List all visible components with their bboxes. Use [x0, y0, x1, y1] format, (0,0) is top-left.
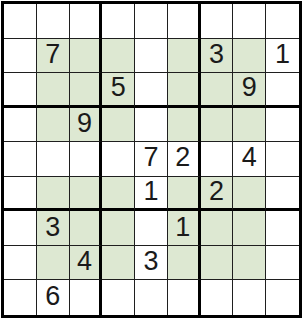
- cell-r9c3[interactable]: [70, 280, 103, 315]
- cell-r8c5[interactable]: 3: [135, 246, 168, 281]
- cell-r7c1[interactable]: [4, 211, 37, 246]
- cell-r8c8[interactable]: [233, 246, 266, 281]
- cell-r9c9[interactable]: [266, 280, 299, 315]
- cell-r1c2[interactable]: [37, 4, 70, 39]
- given-digit: 9: [77, 110, 92, 137]
- cell-r1c1[interactable]: [4, 4, 37, 39]
- cell-r6c9[interactable]: [266, 177, 299, 212]
- cell-r5c7[interactable]: [201, 142, 234, 177]
- given-digit: 4: [77, 248, 92, 275]
- cell-r8c6[interactable]: [168, 246, 201, 281]
- cell-r7c2[interactable]: 3: [37, 211, 70, 246]
- given-digit: 6: [45, 283, 60, 310]
- cell-r1c9[interactable]: [266, 4, 299, 39]
- given-digit: 9: [242, 74, 257, 101]
- cell-r1c5[interactable]: [135, 4, 168, 39]
- cell-r9c8[interactable]: [233, 280, 266, 315]
- cell-r8c9[interactable]: [266, 246, 299, 281]
- given-digit: 3: [209, 41, 224, 68]
- cell-r8c1[interactable]: [4, 246, 37, 281]
- cell-r9c5[interactable]: [135, 280, 168, 315]
- cell-r2c3[interactable]: [70, 39, 103, 74]
- cell-r4c3[interactable]: 9: [70, 108, 103, 143]
- cell-r5c8[interactable]: 4: [233, 142, 266, 177]
- cell-r3c3[interactable]: [70, 73, 103, 108]
- cell-r6c7[interactable]: 2: [201, 177, 234, 212]
- cell-r3c5[interactable]: [135, 73, 168, 108]
- cell-r6c5[interactable]: 1: [135, 177, 168, 212]
- cell-r2c1[interactable]: [4, 39, 37, 74]
- cell-r1c4[interactable]: [102, 4, 135, 39]
- cell-r2c5[interactable]: [135, 39, 168, 74]
- cell-r5c5[interactable]: 7: [135, 142, 168, 177]
- cell-r7c5[interactable]: [135, 211, 168, 246]
- cell-r6c2[interactable]: [37, 177, 70, 212]
- given-digit: 2: [175, 144, 190, 171]
- cell-r8c4[interactable]: [102, 246, 135, 281]
- cell-r3c6[interactable]: [168, 73, 201, 108]
- cell-r3c4[interactable]: 5: [102, 73, 135, 108]
- cell-r9c7[interactable]: [201, 280, 234, 315]
- given-digit: 1: [275, 41, 290, 68]
- cell-r4c9[interactable]: [266, 108, 299, 143]
- cell-r9c4[interactable]: [102, 280, 135, 315]
- cell-r6c4[interactable]: [102, 177, 135, 212]
- cell-r3c7[interactable]: [201, 73, 234, 108]
- cell-r3c2[interactable]: [37, 73, 70, 108]
- given-digit: 1: [143, 178, 158, 205]
- cell-r4c4[interactable]: [102, 108, 135, 143]
- given-digit: 3: [143, 248, 158, 275]
- given-digit: 3: [45, 214, 60, 241]
- cell-r1c6[interactable]: [168, 4, 201, 39]
- cell-r8c7[interactable]: [201, 246, 234, 281]
- cell-r4c2[interactable]: [37, 108, 70, 143]
- cell-r5c1[interactable]: [4, 142, 37, 177]
- cell-r2c6[interactable]: [168, 39, 201, 74]
- cell-r8c2[interactable]: [37, 246, 70, 281]
- given-digit: 2: [209, 178, 224, 205]
- cell-r4c6[interactable]: [168, 108, 201, 143]
- cell-r5c2[interactable]: [37, 142, 70, 177]
- given-digit: 5: [111, 74, 126, 101]
- cell-r5c9[interactable]: [266, 142, 299, 177]
- cell-r2c4[interactable]: [102, 39, 135, 74]
- cell-r4c1[interactable]: [4, 108, 37, 143]
- cell-r2c7[interactable]: 3: [201, 39, 234, 74]
- given-digit: 7: [143, 144, 158, 171]
- cell-r4c5[interactable]: [135, 108, 168, 143]
- cell-r5c3[interactable]: [70, 142, 103, 177]
- cell-r7c8[interactable]: [233, 211, 266, 246]
- cell-r5c4[interactable]: [102, 142, 135, 177]
- cell-r2c9[interactable]: 1: [266, 39, 299, 74]
- cell-r1c8[interactable]: [233, 4, 266, 39]
- cell-r7c7[interactable]: [201, 211, 234, 246]
- cell-r3c9[interactable]: [266, 73, 299, 108]
- cell-r7c6[interactable]: 1: [168, 211, 201, 246]
- cell-r4c8[interactable]: [233, 108, 266, 143]
- cell-r9c6[interactable]: [168, 280, 201, 315]
- sudoku-board: 7315997241231436: [1, 1, 302, 318]
- cell-r2c8[interactable]: [233, 39, 266, 74]
- cell-r9c2[interactable]: 6: [37, 280, 70, 315]
- cell-r1c3[interactable]: [70, 4, 103, 39]
- cell-r6c3[interactable]: [70, 177, 103, 212]
- given-digit: 7: [45, 41, 60, 68]
- cell-r6c8[interactable]: [233, 177, 266, 212]
- cell-r7c9[interactable]: [266, 211, 299, 246]
- given-digit: 4: [242, 144, 257, 171]
- cell-r7c4[interactable]: [102, 211, 135, 246]
- cell-r6c6[interactable]: [168, 177, 201, 212]
- cell-r1c7[interactable]: [201, 4, 234, 39]
- cell-r2c2[interactable]: 7: [37, 39, 70, 74]
- cell-r4c7[interactable]: [201, 108, 234, 143]
- cell-r3c8[interactable]: 9: [233, 73, 266, 108]
- cell-r6c1[interactable]: [4, 177, 37, 212]
- cell-r8c3[interactable]: 4: [70, 246, 103, 281]
- sudoku-page: 7315997241231436: [0, 0, 304, 320]
- cell-r9c1[interactable]: [4, 280, 37, 315]
- given-digit: 1: [175, 214, 190, 241]
- cell-r5c6[interactable]: 2: [168, 142, 201, 177]
- cell-r3c1[interactable]: [4, 73, 37, 108]
- cell-r7c3[interactable]: [70, 211, 103, 246]
